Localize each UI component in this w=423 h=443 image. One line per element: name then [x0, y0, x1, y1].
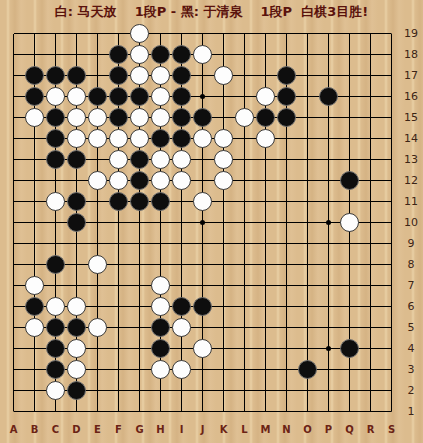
board-point-L17[interactable] — [234, 65, 255, 86]
board-point-G9[interactable] — [129, 233, 150, 254]
board-point-J8[interactable] — [192, 254, 213, 275]
board-point-L7[interactable] — [234, 275, 255, 296]
board-point-E16[interactable] — [87, 86, 108, 107]
board-point-N2[interactable] — [276, 380, 297, 401]
board-point-B14[interactable] — [24, 128, 45, 149]
board-point-M5[interactable] — [255, 317, 276, 338]
board-point-C11[interactable] — [45, 191, 66, 212]
board-point-O14[interactable] — [297, 128, 318, 149]
board-point-G19[interactable] — [129, 23, 150, 44]
board-point-C10[interactable] — [45, 212, 66, 233]
board-point-F4[interactable] — [108, 338, 129, 359]
board-point-P14[interactable] — [318, 128, 339, 149]
board-point-E11[interactable] — [87, 191, 108, 212]
board-point-D13[interactable] — [66, 149, 87, 170]
board-point-H10[interactable] — [150, 212, 171, 233]
board-point-B13[interactable] — [24, 149, 45, 170]
board-point-O11[interactable] — [297, 191, 318, 212]
board-point-L15[interactable] — [234, 107, 255, 128]
board-point-E7[interactable] — [87, 275, 108, 296]
board-point-J3[interactable] — [192, 359, 213, 380]
board-point-R11[interactable] — [360, 191, 381, 212]
board-point-D1[interactable] — [66, 401, 87, 422]
board-point-G12[interactable] — [129, 170, 150, 191]
board-point-Q8[interactable] — [339, 254, 360, 275]
board-point-A16[interactable] — [3, 86, 24, 107]
board-point-D6[interactable] — [66, 296, 87, 317]
board-point-M15[interactable] — [255, 107, 276, 128]
board-point-J18[interactable] — [192, 44, 213, 65]
board-point-H6[interactable] — [150, 296, 171, 317]
board-point-C13[interactable] — [45, 149, 66, 170]
board-point-Q9[interactable] — [339, 233, 360, 254]
board-point-D8[interactable] — [66, 254, 87, 275]
board-point-P11[interactable] — [318, 191, 339, 212]
board-point-K2[interactable] — [213, 380, 234, 401]
board-point-N17[interactable] — [276, 65, 297, 86]
board-point-N14[interactable] — [276, 128, 297, 149]
board-point-C3[interactable] — [45, 359, 66, 380]
board-point-I19[interactable] — [171, 23, 192, 44]
board-point-P3[interactable] — [318, 359, 339, 380]
board-point-J1[interactable] — [192, 401, 213, 422]
board-point-K4[interactable] — [213, 338, 234, 359]
board-point-J11[interactable] — [192, 191, 213, 212]
board-point-P16[interactable] — [318, 86, 339, 107]
board-point-G16[interactable] — [129, 86, 150, 107]
board-point-R4[interactable] — [360, 338, 381, 359]
board-point-R18[interactable] — [360, 44, 381, 65]
board-point-I4[interactable] — [171, 338, 192, 359]
board-point-I10[interactable] — [171, 212, 192, 233]
board-point-O10[interactable] — [297, 212, 318, 233]
board-point-K8[interactable] — [213, 254, 234, 275]
board-point-G10[interactable] — [129, 212, 150, 233]
board-point-R7[interactable] — [360, 275, 381, 296]
board-point-L13[interactable] — [234, 149, 255, 170]
board-point-H2[interactable] — [150, 380, 171, 401]
board-point-C15[interactable] — [45, 107, 66, 128]
board-point-Q7[interactable] — [339, 275, 360, 296]
board-point-B2[interactable] — [24, 380, 45, 401]
board-point-I16[interactable] — [171, 86, 192, 107]
board-point-E12[interactable] — [87, 170, 108, 191]
board-point-H15[interactable] — [150, 107, 171, 128]
board-point-K5[interactable] — [213, 317, 234, 338]
board-point-H1[interactable] — [150, 401, 171, 422]
board-point-J2[interactable] — [192, 380, 213, 401]
board-point-M9[interactable] — [255, 233, 276, 254]
board-point-G2[interactable] — [129, 380, 150, 401]
board-point-N3[interactable] — [276, 359, 297, 380]
board-point-A13[interactable] — [3, 149, 24, 170]
board-point-M17[interactable] — [255, 65, 276, 86]
board-point-Q5[interactable] — [339, 317, 360, 338]
board-point-I8[interactable] — [171, 254, 192, 275]
board-point-Q13[interactable] — [339, 149, 360, 170]
board-point-N7[interactable] — [276, 275, 297, 296]
board-point-M8[interactable] — [255, 254, 276, 275]
board-point-R5[interactable] — [360, 317, 381, 338]
board-point-P19[interactable] — [318, 23, 339, 44]
board-point-I17[interactable] — [171, 65, 192, 86]
board-point-F5[interactable] — [108, 317, 129, 338]
board-point-Q15[interactable] — [339, 107, 360, 128]
board-point-L5[interactable] — [234, 317, 255, 338]
board-point-F13[interactable] — [108, 149, 129, 170]
board-point-K1[interactable] — [213, 401, 234, 422]
board-point-E15[interactable] — [87, 107, 108, 128]
board-point-B8[interactable] — [24, 254, 45, 275]
board-point-M19[interactable] — [255, 23, 276, 44]
board-point-P15[interactable] — [318, 107, 339, 128]
board-point-C12[interactable] — [45, 170, 66, 191]
board-point-O3[interactable] — [297, 359, 318, 380]
board-point-Q10[interactable] — [339, 212, 360, 233]
board-point-H9[interactable] — [150, 233, 171, 254]
board-point-A14[interactable] — [3, 128, 24, 149]
board-point-B10[interactable] — [24, 212, 45, 233]
board-point-C4[interactable] — [45, 338, 66, 359]
board-point-N19[interactable] — [276, 23, 297, 44]
board-point-H16[interactable] — [150, 86, 171, 107]
board-point-R12[interactable] — [360, 170, 381, 191]
board-point-D5[interactable] — [66, 317, 87, 338]
board-point-Q2[interactable] — [339, 380, 360, 401]
board-point-O15[interactable] — [297, 107, 318, 128]
board-point-J12[interactable] — [192, 170, 213, 191]
board-point-H19[interactable] — [150, 23, 171, 44]
board-point-G1[interactable] — [129, 401, 150, 422]
board-point-K9[interactable] — [213, 233, 234, 254]
board-point-H11[interactable] — [150, 191, 171, 212]
board-point-A6[interactable] — [3, 296, 24, 317]
board-point-G18[interactable] — [129, 44, 150, 65]
board-point-D9[interactable] — [66, 233, 87, 254]
board-point-C16[interactable] — [45, 86, 66, 107]
board-point-F3[interactable] — [108, 359, 129, 380]
board-point-O18[interactable] — [297, 44, 318, 65]
board-point-D12[interactable] — [66, 170, 87, 191]
board-point-H4[interactable] — [150, 338, 171, 359]
board-point-N6[interactable] — [276, 296, 297, 317]
board-point-E6[interactable] — [87, 296, 108, 317]
board-point-R16[interactable] — [360, 86, 381, 107]
board-point-A5[interactable] — [3, 317, 24, 338]
board-point-E14[interactable] — [87, 128, 108, 149]
board-point-D14[interactable] — [66, 128, 87, 149]
board-point-O7[interactable] — [297, 275, 318, 296]
board-point-Q6[interactable] — [339, 296, 360, 317]
board-point-A8[interactable] — [3, 254, 24, 275]
board-point-N4[interactable] — [276, 338, 297, 359]
board-point-G7[interactable] — [129, 275, 150, 296]
board-point-P9[interactable] — [318, 233, 339, 254]
board-point-E17[interactable] — [87, 65, 108, 86]
board-point-O13[interactable] — [297, 149, 318, 170]
board-point-B15[interactable] — [24, 107, 45, 128]
board-point-N15[interactable] — [276, 107, 297, 128]
board-point-K10[interactable] — [213, 212, 234, 233]
board-point-I15[interactable] — [171, 107, 192, 128]
board-point-F12[interactable] — [108, 170, 129, 191]
board-point-F16[interactable] — [108, 86, 129, 107]
board-point-D2[interactable] — [66, 380, 87, 401]
board-point-L10[interactable] — [234, 212, 255, 233]
board-point-K13[interactable] — [213, 149, 234, 170]
board-point-K15[interactable] — [213, 107, 234, 128]
board-point-B6[interactable] — [24, 296, 45, 317]
board-point-N18[interactable] — [276, 44, 297, 65]
board-point-F1[interactable] — [108, 401, 129, 422]
board-point-A4[interactable] — [3, 338, 24, 359]
board-point-J6[interactable] — [192, 296, 213, 317]
board-point-B11[interactable] — [24, 191, 45, 212]
board-point-M6[interactable] — [255, 296, 276, 317]
board-point-H8[interactable] — [150, 254, 171, 275]
board-point-G5[interactable] — [129, 317, 150, 338]
board-point-B16[interactable] — [24, 86, 45, 107]
board-point-R6[interactable] — [360, 296, 381, 317]
board-point-Q4[interactable] — [339, 338, 360, 359]
board-point-P2[interactable] — [318, 380, 339, 401]
board-point-Q11[interactable] — [339, 191, 360, 212]
board-point-R15[interactable] — [360, 107, 381, 128]
board-point-O1[interactable] — [297, 401, 318, 422]
board-point-G15[interactable] — [129, 107, 150, 128]
board-point-K3[interactable] — [213, 359, 234, 380]
board-point-B1[interactable] — [24, 401, 45, 422]
board-point-A2[interactable] — [3, 380, 24, 401]
board-point-I12[interactable] — [171, 170, 192, 191]
board-point-C18[interactable] — [45, 44, 66, 65]
board-point-A9[interactable] — [3, 233, 24, 254]
board-point-B17[interactable] — [24, 65, 45, 86]
board-point-F2[interactable] — [108, 380, 129, 401]
board-point-A10[interactable] — [3, 212, 24, 233]
board-point-N10[interactable] — [276, 212, 297, 233]
board-point-F11[interactable] — [108, 191, 129, 212]
board-point-F9[interactable] — [108, 233, 129, 254]
board-point-B7[interactable] — [24, 275, 45, 296]
board-point-H7[interactable] — [150, 275, 171, 296]
board-point-R10[interactable] — [360, 212, 381, 233]
board-point-M1[interactable] — [255, 401, 276, 422]
board-point-G11[interactable] — [129, 191, 150, 212]
board-point-J4[interactable] — [192, 338, 213, 359]
board-point-Q17[interactable] — [339, 65, 360, 86]
board-point-R8[interactable] — [360, 254, 381, 275]
board-point-F15[interactable] — [108, 107, 129, 128]
board-point-C14[interactable] — [45, 128, 66, 149]
board-point-N5[interactable] — [276, 317, 297, 338]
board-point-O12[interactable] — [297, 170, 318, 191]
board-point-F14[interactable] — [108, 128, 129, 149]
board-point-P13[interactable] — [318, 149, 339, 170]
board-point-L14[interactable] — [234, 128, 255, 149]
board-point-C2[interactable] — [45, 380, 66, 401]
board-point-E19[interactable] — [87, 23, 108, 44]
board-point-M3[interactable] — [255, 359, 276, 380]
board-point-O2[interactable] — [297, 380, 318, 401]
board-point-L2[interactable] — [234, 380, 255, 401]
board-point-K11[interactable] — [213, 191, 234, 212]
board-point-A1[interactable] — [3, 401, 24, 422]
board-point-R13[interactable] — [360, 149, 381, 170]
board-point-I3[interactable] — [171, 359, 192, 380]
board-point-A11[interactable] — [3, 191, 24, 212]
board-point-R17[interactable] — [360, 65, 381, 86]
board-point-A15[interactable] — [3, 107, 24, 128]
board-point-K12[interactable] — [213, 170, 234, 191]
board-point-K19[interactable] — [213, 23, 234, 44]
board-point-O9[interactable] — [297, 233, 318, 254]
board-point-F8[interactable] — [108, 254, 129, 275]
board-point-D17[interactable] — [66, 65, 87, 86]
board-point-M2[interactable] — [255, 380, 276, 401]
board-point-L4[interactable] — [234, 338, 255, 359]
board-point-N16[interactable] — [276, 86, 297, 107]
board-point-E9[interactable] — [87, 233, 108, 254]
board-point-Q12[interactable] — [339, 170, 360, 191]
board-point-I18[interactable] — [171, 44, 192, 65]
board-point-F7[interactable] — [108, 275, 129, 296]
board-point-O5[interactable] — [297, 317, 318, 338]
board-point-L11[interactable] — [234, 191, 255, 212]
board-point-M7[interactable] — [255, 275, 276, 296]
board-point-Q3[interactable] — [339, 359, 360, 380]
board-point-D11[interactable] — [66, 191, 87, 212]
board-point-B4[interactable] — [24, 338, 45, 359]
board-point-Q14[interactable] — [339, 128, 360, 149]
board-point-C8[interactable] — [45, 254, 66, 275]
board-point-D16[interactable] — [66, 86, 87, 107]
board-point-C7[interactable] — [45, 275, 66, 296]
board-point-P18[interactable] — [318, 44, 339, 65]
board-point-D10[interactable] — [66, 212, 87, 233]
board-point-P4[interactable] — [318, 338, 339, 359]
board-point-I6[interactable] — [171, 296, 192, 317]
board-point-Q19[interactable] — [339, 23, 360, 44]
board-point-O6[interactable] — [297, 296, 318, 317]
board-point-I11[interactable] — [171, 191, 192, 212]
board-point-I14[interactable] — [171, 128, 192, 149]
board-point-G3[interactable] — [129, 359, 150, 380]
board-point-C19[interactable] — [45, 23, 66, 44]
board-point-P10[interactable] — [318, 212, 339, 233]
board-point-P12[interactable] — [318, 170, 339, 191]
board-point-P1[interactable] — [318, 401, 339, 422]
board-point-E8[interactable] — [87, 254, 108, 275]
board-point-O8[interactable] — [297, 254, 318, 275]
board-point-C17[interactable] — [45, 65, 66, 86]
board-point-M4[interactable] — [255, 338, 276, 359]
board-point-F17[interactable] — [108, 65, 129, 86]
board-point-M16[interactable] — [255, 86, 276, 107]
board-point-H5[interactable] — [150, 317, 171, 338]
board-point-L16[interactable] — [234, 86, 255, 107]
board-point-O16[interactable] — [297, 86, 318, 107]
board-point-K16[interactable] — [213, 86, 234, 107]
board-point-L8[interactable] — [234, 254, 255, 275]
board-point-J19[interactable] — [192, 23, 213, 44]
board-point-F19[interactable] — [108, 23, 129, 44]
board-point-L1[interactable] — [234, 401, 255, 422]
board-point-J16[interactable] — [192, 86, 213, 107]
board-point-A3[interactable] — [3, 359, 24, 380]
board-point-L19[interactable] — [234, 23, 255, 44]
board-point-J9[interactable] — [192, 233, 213, 254]
board-point-H14[interactable] — [150, 128, 171, 149]
board-point-H13[interactable] — [150, 149, 171, 170]
board-point-F6[interactable] — [108, 296, 129, 317]
board-point-B9[interactable] — [24, 233, 45, 254]
board-point-L6[interactable] — [234, 296, 255, 317]
board-point-E1[interactable] — [87, 401, 108, 422]
board-point-M11[interactable] — [255, 191, 276, 212]
board-point-E3[interactable] — [87, 359, 108, 380]
board-point-D19[interactable] — [66, 23, 87, 44]
board-point-C5[interactable] — [45, 317, 66, 338]
board-point-J13[interactable] — [192, 149, 213, 170]
board-point-K14[interactable] — [213, 128, 234, 149]
board-point-E4[interactable] — [87, 338, 108, 359]
board-point-H12[interactable] — [150, 170, 171, 191]
board-point-P6[interactable] — [318, 296, 339, 317]
board-point-M14[interactable] — [255, 128, 276, 149]
board-point-B12[interactable] — [24, 170, 45, 191]
board-point-B3[interactable] — [24, 359, 45, 380]
board-point-H3[interactable] — [150, 359, 171, 380]
board-point-Q1[interactable] — [339, 401, 360, 422]
board-point-G8[interactable] — [129, 254, 150, 275]
board-point-J10[interactable] — [192, 212, 213, 233]
board-point-O17[interactable] — [297, 65, 318, 86]
board-point-A12[interactable] — [3, 170, 24, 191]
board-point-D4[interactable] — [66, 338, 87, 359]
board-point-K7[interactable] — [213, 275, 234, 296]
board-point-N1[interactable] — [276, 401, 297, 422]
board-point-E13[interactable] — [87, 149, 108, 170]
board-point-G4[interactable] — [129, 338, 150, 359]
board-point-D15[interactable] — [66, 107, 87, 128]
board-point-C6[interactable] — [45, 296, 66, 317]
board-point-I9[interactable] — [171, 233, 192, 254]
board-point-J5[interactable] — [192, 317, 213, 338]
board-point-B18[interactable] — [24, 44, 45, 65]
board-point-I13[interactable] — [171, 149, 192, 170]
board-point-N11[interactable] — [276, 191, 297, 212]
board-point-P17[interactable] — [318, 65, 339, 86]
board-point-A19[interactable] — [3, 23, 24, 44]
board-point-M18[interactable] — [255, 44, 276, 65]
board-point-Q18[interactable] — [339, 44, 360, 65]
board-point-P5[interactable] — [318, 317, 339, 338]
board-point-N9[interactable] — [276, 233, 297, 254]
board-point-C9[interactable] — [45, 233, 66, 254]
board-point-B5[interactable] — [24, 317, 45, 338]
board-point-G14[interactable] — [129, 128, 150, 149]
board-point-O4[interactable] — [297, 338, 318, 359]
board-point-I2[interactable] — [171, 380, 192, 401]
board-point-J15[interactable] — [192, 107, 213, 128]
board-point-N8[interactable] — [276, 254, 297, 275]
board-point-K18[interactable] — [213, 44, 234, 65]
board-point-G6[interactable] — [129, 296, 150, 317]
board-point-N12[interactable] — [276, 170, 297, 191]
board-point-L12[interactable] — [234, 170, 255, 191]
board-point-K17[interactable] — [213, 65, 234, 86]
